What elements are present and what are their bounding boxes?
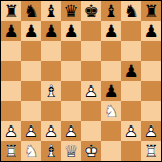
- piece-outline-glyph: ♖: [141, 141, 161, 161]
- square-f3[interactable]: ♞♘: [101, 101, 121, 121]
- square-g3[interactable]: [121, 101, 141, 121]
- square-c3[interactable]: [41, 101, 61, 121]
- square-f5[interactable]: [101, 61, 121, 81]
- square-e3[interactable]: [81, 101, 101, 121]
- piece-glyph: ♟: [61, 21, 81, 41]
- square-d7[interactable]: ♟: [61, 21, 81, 41]
- piece-glyph: ♟: [41, 21, 61, 41]
- square-h2[interactable]: ♟♙: [141, 121, 161, 141]
- square-e6[interactable]: [81, 41, 101, 61]
- piece-glyph: ♜: [141, 1, 161, 21]
- square-c8[interactable]: ♝: [41, 1, 61, 21]
- square-f1[interactable]: [101, 141, 121, 161]
- piece-glyph: ♟: [101, 81, 121, 101]
- square-f8[interactable]: ♝: [101, 1, 121, 21]
- square-d8[interactable]: ♛: [61, 1, 81, 21]
- square-a1[interactable]: ♜♖: [1, 141, 21, 161]
- square-f2[interactable]: [101, 121, 121, 141]
- white-pawn[interactable]: ♟♙: [61, 121, 81, 141]
- piece-glyph: ♟: [21, 21, 41, 41]
- white-king[interactable]: ♚♔: [81, 141, 101, 161]
- black-rook[interactable]: ♜: [141, 1, 161, 21]
- square-e1[interactable]: ♚♔: [81, 141, 101, 161]
- square-a8[interactable]: ♜: [1, 1, 21, 21]
- square-c5[interactable]: [41, 61, 61, 81]
- white-knight[interactable]: ♞♘: [21, 141, 41, 161]
- black-knight[interactable]: ♞: [21, 1, 41, 21]
- white-pawn[interactable]: ♟♙: [141, 121, 161, 141]
- white-pawn[interactable]: ♟♙: [41, 121, 61, 141]
- square-e2[interactable]: [81, 121, 101, 141]
- square-b1[interactable]: ♞♘: [21, 141, 41, 161]
- square-a5[interactable]: [1, 61, 21, 81]
- black-king[interactable]: ♚: [81, 1, 101, 21]
- square-h5[interactable]: [141, 61, 161, 81]
- piece-glyph: ♚: [81, 1, 101, 21]
- square-a3[interactable]: [1, 101, 21, 121]
- piece-outline-glyph: ♙: [121, 121, 141, 141]
- square-a7[interactable]: ♟: [1, 21, 21, 41]
- piece-outline-glyph: ♙: [61, 121, 81, 141]
- piece-glyph: ♟: [141, 21, 161, 41]
- square-h6[interactable]: [141, 41, 161, 61]
- white-pawn[interactable]: ♟♙: [121, 121, 141, 141]
- square-b5[interactable]: [21, 61, 41, 81]
- white-pawn[interactable]: ♟♙: [1, 121, 21, 141]
- piece-glyph: ♝: [101, 1, 121, 21]
- piece-glyph: ♟: [1, 21, 21, 41]
- black-pawn[interactable]: ♟: [141, 21, 161, 41]
- square-c7[interactable]: ♟: [41, 21, 61, 41]
- square-d5[interactable]: [61, 61, 81, 81]
- white-knight[interactable]: ♞♘: [101, 101, 121, 121]
- square-g7[interactable]: [121, 21, 141, 41]
- square-g8[interactable]: ♞: [121, 1, 141, 21]
- black-pawn[interactable]: ♟: [1, 21, 21, 41]
- white-queen[interactable]: ♛♕: [61, 141, 81, 161]
- black-pawn[interactable]: ♟: [21, 21, 41, 41]
- square-b8[interactable]: ♞: [21, 1, 41, 21]
- black-pawn[interactable]: ♟: [41, 21, 61, 41]
- square-h3[interactable]: [141, 101, 161, 121]
- square-h7[interactable]: ♟: [141, 21, 161, 41]
- square-d4[interactable]: [61, 81, 81, 101]
- piece-glyph: ♛: [61, 1, 81, 21]
- black-bishop[interactable]: ♝: [101, 1, 121, 21]
- square-h8[interactable]: ♜: [141, 1, 161, 21]
- square-b7[interactable]: ♟: [21, 21, 41, 41]
- piece-outline-glyph: ♙: [81, 81, 101, 101]
- square-b6[interactable]: [21, 41, 41, 61]
- square-e8[interactable]: ♚: [81, 1, 101, 21]
- white-pawn[interactable]: ♟♙: [21, 121, 41, 141]
- piece-glyph: ♞: [121, 1, 141, 21]
- square-g4[interactable]: [121, 81, 141, 101]
- piece-outline-glyph: ♕: [61, 141, 81, 161]
- piece-glyph: ♜: [1, 1, 21, 21]
- square-a4[interactable]: [1, 81, 21, 101]
- white-pawn[interactable]: ♟♙: [81, 81, 101, 101]
- square-h4[interactable]: [141, 81, 161, 101]
- square-b4[interactable]: [21, 81, 41, 101]
- piece-outline-glyph: ♙: [1, 121, 21, 141]
- square-d2[interactable]: ♟♙: [61, 121, 81, 141]
- piece-outline-glyph: ♙: [21, 121, 41, 141]
- square-b2[interactable]: ♟♙: [21, 121, 41, 141]
- white-rook[interactable]: ♜♖: [1, 141, 21, 161]
- square-c6[interactable]: [41, 41, 61, 61]
- white-bishop[interactable]: ♝♗: [41, 141, 61, 161]
- piece-outline-glyph: ♙: [41, 121, 61, 141]
- black-rook[interactable]: ♜: [1, 1, 21, 21]
- piece-outline-glyph: ♔: [81, 141, 101, 161]
- square-e7[interactable]: [81, 21, 101, 41]
- piece-glyph: ♞: [21, 1, 41, 21]
- piece-glyph: ♝: [41, 1, 61, 21]
- piece-outline-glyph: ♘: [21, 141, 41, 161]
- white-bishop[interactable]: ♝♗: [41, 81, 61, 101]
- square-d6[interactable]: [61, 41, 81, 61]
- black-bishop[interactable]: ♝: [41, 1, 61, 21]
- square-g5[interactable]: ♟: [121, 61, 141, 81]
- square-g1[interactable]: [121, 141, 141, 161]
- square-e4[interactable]: ♟♙: [81, 81, 101, 101]
- square-c1[interactable]: ♝♗: [41, 141, 61, 161]
- square-g6[interactable]: [121, 41, 141, 61]
- piece-glyph: ♟: [121, 61, 141, 81]
- piece-outline-glyph: ♖: [1, 141, 21, 161]
- piece-outline-glyph: ♙: [141, 121, 161, 141]
- piece-outline-glyph: ♘: [101, 101, 121, 121]
- piece-outline-glyph: ♗: [41, 141, 61, 161]
- square-d3[interactable]: [61, 101, 81, 121]
- square-c2[interactable]: ♟♙: [41, 121, 61, 141]
- square-a6[interactable]: [1, 41, 21, 61]
- piece-outline-glyph: ♗: [41, 81, 61, 101]
- square-g2[interactable]: ♟♙: [121, 121, 141, 141]
- square-d1[interactable]: ♛♕: [61, 141, 81, 161]
- square-f7[interactable]: ♟: [101, 21, 121, 41]
- square-f6[interactable]: [101, 41, 121, 61]
- chess-board: ♜♞♝♛♚♝♞♜♟♟♟♟♟♟♟♝♗♟♙♟♞♘♟♙♟♙♟♙♟♙♟♙♟♙♜♖♞♘♝♗…: [0, 0, 162, 162]
- black-pawn[interactable]: ♟: [61, 21, 81, 41]
- square-e5[interactable]: [81, 61, 101, 81]
- square-c4[interactable]: ♝♗: [41, 81, 61, 101]
- square-a2[interactable]: ♟♙: [1, 121, 21, 141]
- black-knight[interactable]: ♞: [121, 1, 141, 21]
- black-queen[interactable]: ♛: [61, 1, 81, 21]
- square-h1[interactable]: ♜♖: [141, 141, 161, 161]
- black-pawn[interactable]: ♟: [101, 21, 121, 41]
- piece-glyph: ♟: [101, 21, 121, 41]
- white-rook[interactable]: ♜♖: [141, 141, 161, 161]
- black-pawn[interactable]: ♟: [121, 61, 141, 81]
- square-f4[interactable]: ♟: [101, 81, 121, 101]
- square-b3[interactable]: [21, 101, 41, 121]
- black-pawn[interactable]: ♟: [101, 81, 121, 101]
